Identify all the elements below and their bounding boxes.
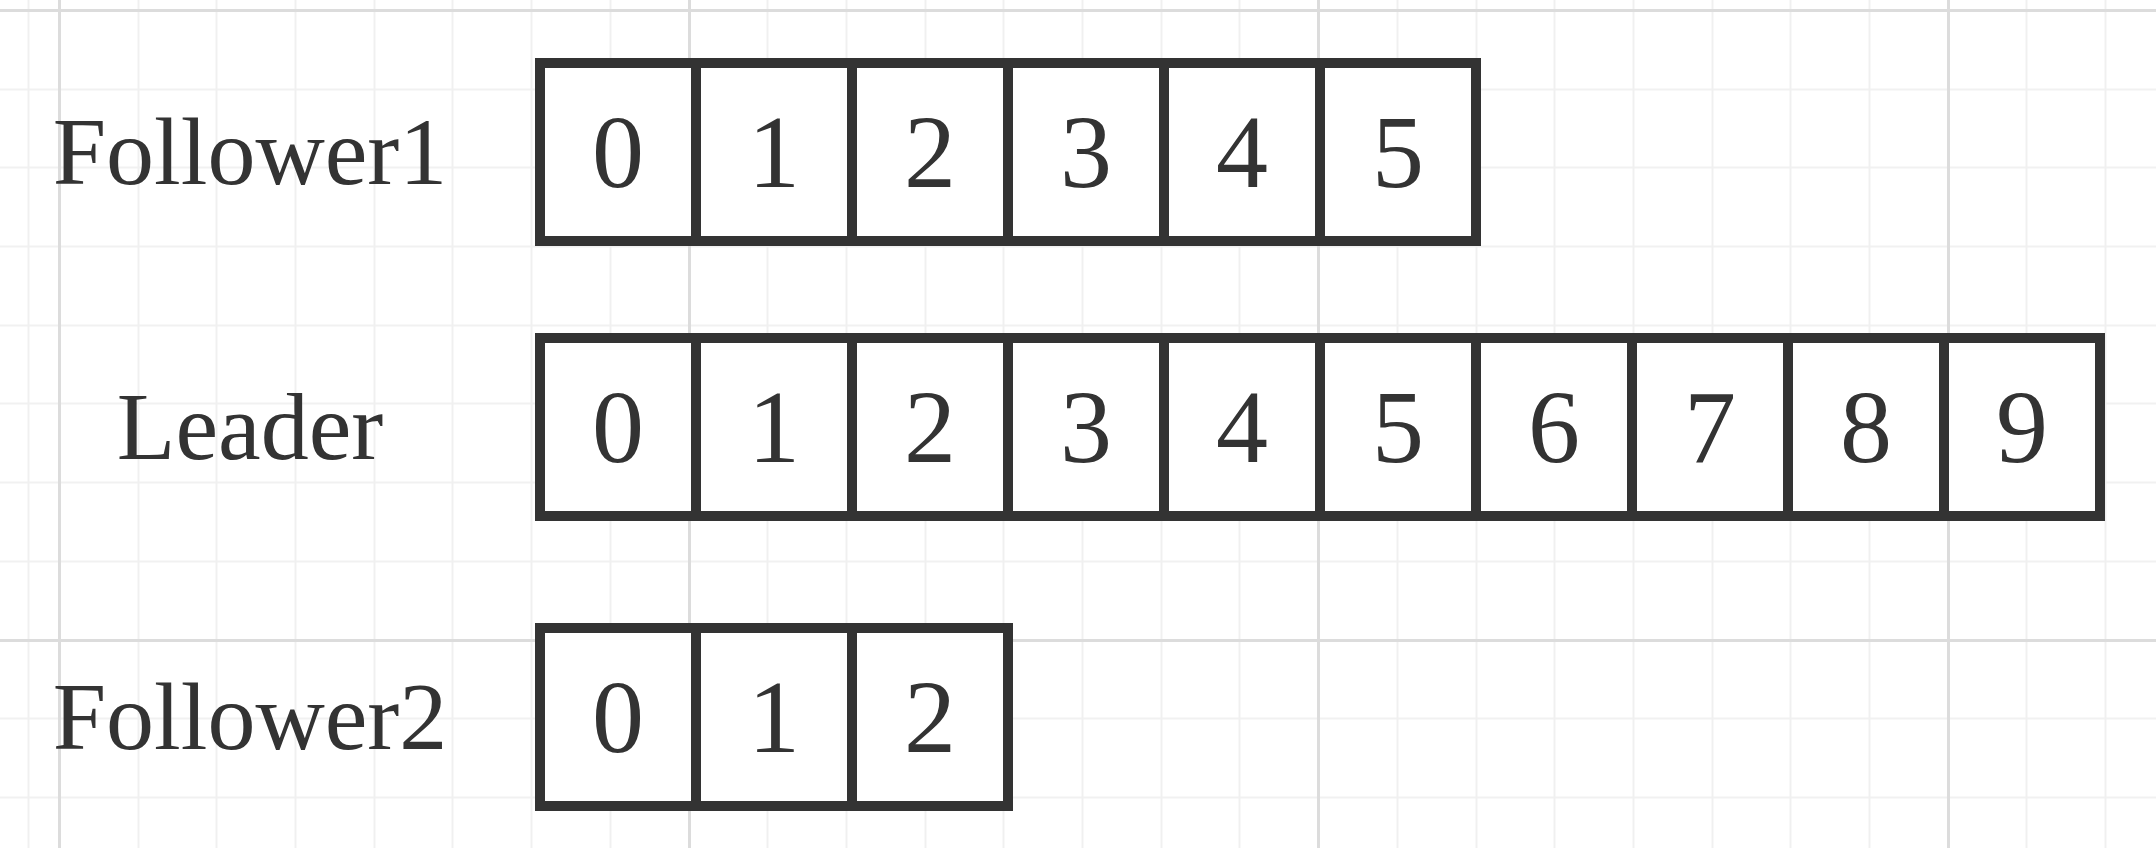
array-cell: 3 bbox=[1013, 68, 1169, 236]
array-cell: 8 bbox=[1793, 343, 1949, 511]
array-cell: 7 bbox=[1637, 343, 1793, 511]
array-follower1: 012345 bbox=[535, 58, 1481, 246]
array-cell: 0 bbox=[545, 633, 701, 801]
array-cell: 9 bbox=[1949, 343, 2095, 511]
array-follower2: 012 bbox=[535, 623, 1013, 811]
array-cell: 5 bbox=[1325, 343, 1481, 511]
array-cell: 4 bbox=[1169, 68, 1325, 236]
row-label-follower1: Follower1 bbox=[0, 58, 500, 246]
array-cell: 1 bbox=[701, 343, 857, 511]
row-leader: Leader 0123456789 bbox=[0, 333, 2156, 521]
array-cell: 1 bbox=[701, 68, 857, 236]
array-cell: 1 bbox=[701, 633, 857, 801]
log-replication-diagram: Follower1 012345 Leader 0123456789 Follo… bbox=[0, 0, 2156, 848]
array-cell: 2 bbox=[857, 633, 1003, 801]
row-follower2: Follower2 012 bbox=[0, 623, 2156, 811]
array-cell: 3 bbox=[1013, 343, 1169, 511]
row-label-leader: Leader bbox=[0, 333, 500, 521]
array-cell: 0 bbox=[545, 68, 701, 236]
array-leader: 0123456789 bbox=[535, 333, 2105, 521]
array-cell: 2 bbox=[857, 343, 1013, 511]
row-label-follower2: Follower2 bbox=[0, 623, 500, 811]
array-cell: 0 bbox=[545, 343, 701, 511]
array-cell: 2 bbox=[857, 68, 1013, 236]
array-cell: 4 bbox=[1169, 343, 1325, 511]
array-cell: 6 bbox=[1481, 343, 1637, 511]
array-cell: 5 bbox=[1325, 68, 1471, 236]
row-follower1: Follower1 012345 bbox=[0, 58, 2156, 246]
